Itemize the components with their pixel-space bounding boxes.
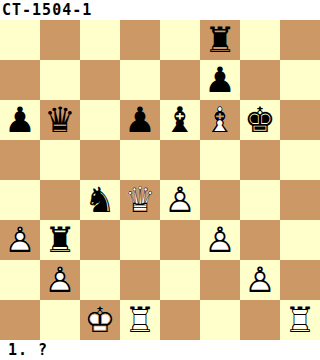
square-c8[interactable] bbox=[80, 20, 120, 60]
square-c6[interactable] bbox=[80, 100, 120, 140]
move-prompt: 1. ? bbox=[0, 340, 320, 360]
square-g5[interactable] bbox=[240, 140, 280, 180]
square-g3[interactable] bbox=[240, 220, 280, 260]
square-b6[interactable]: ♛ bbox=[40, 100, 80, 140]
square-b3[interactable]: ♜ bbox=[40, 220, 80, 260]
square-a6[interactable]: ♟ bbox=[0, 100, 40, 140]
square-d7[interactable] bbox=[120, 60, 160, 100]
square-b1[interactable] bbox=[40, 300, 80, 340]
square-c1[interactable]: ♚♔ bbox=[80, 300, 120, 340]
square-a5[interactable] bbox=[0, 140, 40, 180]
square-f7[interactable]: ♟ bbox=[200, 60, 240, 100]
square-a4[interactable] bbox=[0, 180, 40, 220]
square-f1[interactable] bbox=[200, 300, 240, 340]
square-c7[interactable] bbox=[80, 60, 120, 100]
square-e5[interactable] bbox=[160, 140, 200, 180]
square-b5[interactable] bbox=[40, 140, 80, 180]
square-e4[interactable]: ♟♙ bbox=[160, 180, 200, 220]
square-f5[interactable] bbox=[200, 140, 240, 180]
square-c3[interactable] bbox=[80, 220, 120, 260]
square-d4[interactable]: ♛♕ bbox=[120, 180, 160, 220]
square-e6[interactable]: ♝ bbox=[160, 100, 200, 140]
square-d5[interactable] bbox=[120, 140, 160, 180]
square-d8[interactable] bbox=[120, 20, 160, 60]
square-b4[interactable] bbox=[40, 180, 80, 220]
square-d2[interactable] bbox=[120, 260, 160, 300]
square-b2[interactable]: ♟♙ bbox=[40, 260, 80, 300]
square-e2[interactable] bbox=[160, 260, 200, 300]
square-d1[interactable]: ♜♖ bbox=[120, 300, 160, 340]
square-f6[interactable]: ♝♗ bbox=[200, 100, 240, 140]
square-a7[interactable] bbox=[0, 60, 40, 100]
square-a3[interactable]: ♟♙ bbox=[0, 220, 40, 260]
square-f2[interactable] bbox=[200, 260, 240, 300]
square-e8[interactable] bbox=[160, 20, 200, 60]
square-b7[interactable] bbox=[40, 60, 80, 100]
square-d3[interactable] bbox=[120, 220, 160, 260]
square-h4[interactable] bbox=[280, 180, 320, 220]
square-h5[interactable] bbox=[280, 140, 320, 180]
square-e3[interactable] bbox=[160, 220, 200, 260]
square-f3[interactable]: ♟♙ bbox=[200, 220, 240, 260]
chess-board: ♜♟♟♛♟♝♝♗♚♞♛♕♟♙♟♙♜♟♙♟♙♟♙♚♔♜♖♜♖ bbox=[0, 20, 320, 340]
square-g2[interactable]: ♟♙ bbox=[240, 260, 280, 300]
square-g8[interactable] bbox=[240, 20, 280, 60]
square-e1[interactable] bbox=[160, 300, 200, 340]
square-d6[interactable]: ♟ bbox=[120, 100, 160, 140]
square-a2[interactable] bbox=[0, 260, 40, 300]
square-h1[interactable]: ♜♖ bbox=[280, 300, 320, 340]
square-h2[interactable] bbox=[280, 260, 320, 300]
square-c5[interactable] bbox=[80, 140, 120, 180]
square-a1[interactable] bbox=[0, 300, 40, 340]
square-g1[interactable] bbox=[240, 300, 280, 340]
square-c2[interactable] bbox=[80, 260, 120, 300]
square-e7[interactable] bbox=[160, 60, 200, 100]
square-h8[interactable] bbox=[280, 20, 320, 60]
puzzle-id: CT-1504-1 bbox=[0, 0, 320, 20]
square-a8[interactable] bbox=[0, 20, 40, 60]
square-g7[interactable] bbox=[240, 60, 280, 100]
square-b8[interactable] bbox=[40, 20, 80, 60]
square-c4[interactable]: ♞ bbox=[80, 180, 120, 220]
square-h6[interactable] bbox=[280, 100, 320, 140]
square-g4[interactable] bbox=[240, 180, 280, 220]
square-f4[interactable] bbox=[200, 180, 240, 220]
square-g6[interactable]: ♚ bbox=[240, 100, 280, 140]
square-h3[interactable] bbox=[280, 220, 320, 260]
square-f8[interactable]: ♜ bbox=[200, 20, 240, 60]
square-h7[interactable] bbox=[280, 60, 320, 100]
